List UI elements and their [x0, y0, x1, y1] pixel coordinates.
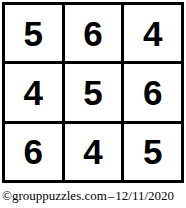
copyright-footer: ©grouppuzzles.com–12/11/2020 — [2, 188, 186, 204]
copyright-icon: © — [2, 188, 12, 203]
cell-r1c1[interactable]: 5 — [5, 5, 62, 61]
cell-r1c3[interactable]: 4 — [124, 5, 181, 61]
cell-r2c2[interactable]: 5 — [65, 64, 122, 120]
cell-r3c3[interactable]: 5 — [124, 124, 181, 180]
site-name: grouppuzzles.com — [12, 188, 107, 203]
puzzle-date: 12/11/2020 — [115, 188, 174, 203]
cell-r2c1[interactable]: 4 — [5, 64, 62, 120]
puzzle-board: 5 6 4 4 5 6 6 4 5 — [2, 2, 184, 183]
cell-r1c2[interactable]: 6 — [65, 5, 122, 61]
cell-r2c3[interactable]: 6 — [124, 64, 181, 120]
cell-r3c2[interactable]: 4 — [65, 124, 122, 180]
cell-r3c1[interactable]: 6 — [5, 124, 62, 180]
